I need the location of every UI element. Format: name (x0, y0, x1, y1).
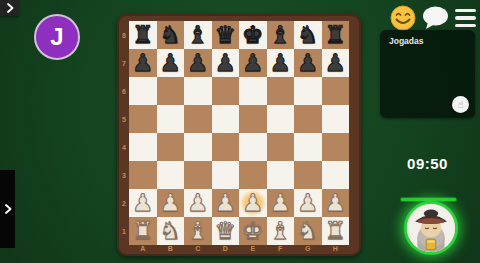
square-h8[interactable]: ♜ (322, 21, 350, 49)
rank-label-1: 1 (119, 217, 129, 245)
square-a7[interactable]: ♟ (129, 49, 157, 77)
piece-wK[interactable]: ♚ (242, 217, 264, 245)
file-label-b: B (157, 245, 185, 255)
square-g4[interactable] (294, 133, 322, 161)
file-label-d: D (212, 245, 240, 255)
bot-character-illustration (407, 204, 455, 252)
piece-wP[interactable]: ♟ (242, 189, 264, 217)
square-h2[interactable]: ♟ (322, 189, 350, 217)
square-c7[interactable]: ♟ (184, 49, 212, 77)
square-a8[interactable]: ♜ (129, 21, 157, 49)
square-f8[interactable]: ♝ (267, 21, 295, 49)
square-c5[interactable] (184, 105, 212, 133)
square-g1[interactable]: ♞ (294, 217, 322, 245)
moves-panel-title: Jogadas (389, 36, 424, 46)
square-g2[interactable]: ♟ (294, 189, 322, 217)
square-g3[interactable] (294, 161, 322, 189)
piece-bP[interactable]: ♟ (159, 49, 181, 77)
user-avatar[interactable]: J (34, 14, 80, 60)
square-h3[interactable] (322, 161, 350, 189)
piece-bP[interactable]: ♟ (214, 49, 236, 77)
hand-icon[interactable]: ☝ (452, 96, 469, 113)
top-left-drawer-tab[interactable] (0, 0, 19, 16)
square-h1[interactable]: ♜ (322, 217, 350, 245)
square-a5[interactable] (129, 105, 157, 133)
piece-wP[interactable]: ♟ (269, 189, 291, 217)
square-f5[interactable] (267, 105, 295, 133)
square-b4[interactable] (157, 133, 185, 161)
square-h5[interactable] (322, 105, 350, 133)
square-f2[interactable]: ♟ (267, 189, 295, 217)
file-label-h: H (322, 245, 350, 255)
square-e8[interactable]: ♚ (239, 21, 267, 49)
square-c8[interactable]: ♝ (184, 21, 212, 49)
piece-bP[interactable]: ♟ (269, 49, 291, 77)
square-d8[interactable]: ♛ (212, 21, 240, 49)
square-c1[interactable]: ♝ (184, 217, 212, 245)
square-e6[interactable] (239, 77, 267, 105)
top-right-toolbar (390, 4, 476, 32)
piece-wP[interactable]: ♟ (159, 189, 181, 217)
square-d4[interactable] (212, 133, 240, 161)
piece-bB[interactable]: ♝ (269, 21, 291, 49)
file-labels: ABCDEFGH (129, 245, 349, 255)
piece-bN[interactable]: ♞ (297, 21, 319, 49)
rank-label-7: 7 (119, 49, 129, 77)
file-label-c: C (184, 245, 212, 255)
piece-bP[interactable]: ♟ (242, 49, 264, 77)
square-f4[interactable] (267, 133, 295, 161)
square-b7[interactable]: ♟ (157, 49, 185, 77)
square-c4[interactable] (184, 133, 212, 161)
chevron-right-icon (5, 3, 15, 13)
square-h4[interactable] (322, 133, 350, 161)
square-b5[interactable] (157, 105, 185, 133)
chevron-right-icon (3, 204, 13, 214)
rank-label-6: 6 (119, 77, 129, 105)
square-b8[interactable]: ♞ (157, 21, 185, 49)
piece-bN[interactable]: ♞ (159, 21, 181, 49)
square-e2[interactable]: ♟ (239, 189, 267, 217)
piece-wB[interactable]: ♝ (269, 217, 291, 245)
square-h6[interactable] (322, 77, 350, 105)
piece-wR[interactable]: ♜ (132, 217, 154, 245)
square-f3[interactable] (267, 161, 295, 189)
board[interactable]: ♜♞♝♛♚♝♞♜♟♟♟♟♟♟♟♟♟♟♟♟♟♟♟♟♜♞♝♛♚♝♞♜ (129, 21, 349, 245)
rank-label-8: 8 (119, 21, 129, 49)
square-c2[interactable]: ♟ (184, 189, 212, 217)
piece-bP[interactable]: ♟ (132, 49, 154, 77)
piece-wR[interactable]: ♜ (324, 217, 346, 245)
rank-label-4: 4 (119, 133, 129, 161)
opponent-clock: 09:50 (380, 155, 475, 172)
piece-bK[interactable]: ♚ (242, 21, 264, 49)
rank-label-2: 2 (119, 189, 129, 217)
user-initial: J (50, 23, 63, 51)
square-g6[interactable] (294, 77, 322, 105)
left-drawer-handle[interactable] (0, 170, 15, 248)
piece-bR[interactable]: ♜ (324, 21, 346, 49)
piece-wP[interactable]: ♟ (324, 189, 346, 217)
square-c6[interactable] (184, 77, 212, 105)
piece-wQ[interactable]: ♛ (214, 217, 236, 245)
piece-wN[interactable]: ♞ (297, 217, 319, 245)
square-b3[interactable] (157, 161, 185, 189)
square-f6[interactable] (267, 77, 295, 105)
bot-avatar[interactable] (404, 201, 458, 255)
square-g5[interactable] (294, 105, 322, 133)
square-e3[interactable] (239, 161, 267, 189)
chess-board-frame: 87654321 ♜♞♝♛♚♝♞♜♟♟♟♟♟♟♟♟♟♟♟♟♟♟♟♟♜♞♝♛♚♝♞… (117, 14, 361, 256)
piece-wP[interactable]: ♟ (187, 189, 209, 217)
emoji-smile-icon[interactable] (390, 5, 416, 31)
chat-bubble-icon[interactable] (422, 6, 449, 30)
file-label-g: G (294, 245, 322, 255)
square-d6[interactable] (212, 77, 240, 105)
square-e1[interactable]: ♚ (239, 217, 267, 245)
square-c3[interactable] (184, 161, 212, 189)
square-a6[interactable] (129, 77, 157, 105)
square-h7[interactable]: ♟ (322, 49, 350, 77)
piece-wB[interactable]: ♝ (187, 217, 209, 245)
file-label-a: A (129, 245, 157, 255)
square-d2[interactable]: ♟ (212, 189, 240, 217)
piece-wP[interactable]: ♟ (297, 189, 319, 217)
square-d7[interactable]: ♟ (212, 49, 240, 77)
piece-bP[interactable]: ♟ (297, 49, 319, 77)
moves-panel: Jogadas ☝ (380, 30, 475, 118)
square-f7[interactable]: ♟ (267, 49, 295, 77)
square-d3[interactable] (212, 161, 240, 189)
square-g7[interactable]: ♟ (294, 49, 322, 77)
piece-bQ[interactable]: ♛ (214, 21, 236, 49)
piece-bP[interactable]: ♟ (187, 49, 209, 77)
square-b2[interactable]: ♟ (157, 189, 185, 217)
piece-bB[interactable]: ♝ (187, 21, 209, 49)
square-g8[interactable]: ♞ (294, 21, 322, 49)
square-d5[interactable] (212, 105, 240, 133)
piece-wP[interactable]: ♟ (132, 189, 154, 217)
piece-bP[interactable]: ♟ (324, 49, 346, 77)
file-label-f: F (267, 245, 295, 255)
rank-label-3: 3 (119, 161, 129, 189)
file-label-e: E (239, 245, 267, 255)
square-b6[interactable] (157, 77, 185, 105)
square-f1[interactable]: ♝ (267, 217, 295, 245)
square-a3[interactable] (129, 161, 157, 189)
rank-labels: 87654321 (119, 21, 129, 245)
square-e5[interactable] (239, 105, 267, 133)
square-d1[interactable]: ♛ (212, 217, 240, 245)
piece-wP[interactable]: ♟ (214, 189, 236, 217)
game-screen: J 87654321 ♜♞♝♛♚♝♞♜♟♟♟♟♟♟♟♟♟♟♟♟♟♟♟♟♜♞♝♛♚… (0, 0, 480, 263)
square-a2[interactable]: ♟ (129, 189, 157, 217)
square-e4[interactable] (239, 133, 267, 161)
square-b1[interactable]: ♞ (157, 217, 185, 245)
piece-bR[interactable]: ♜ (132, 21, 154, 49)
hamburger-menu-icon[interactable] (455, 9, 476, 27)
piece-wN[interactable]: ♞ (159, 217, 181, 245)
square-e7[interactable]: ♟ (239, 49, 267, 77)
rank-label-5: 5 (119, 105, 129, 133)
square-a4[interactable] (129, 133, 157, 161)
square-a1[interactable]: ♜ (129, 217, 157, 245)
